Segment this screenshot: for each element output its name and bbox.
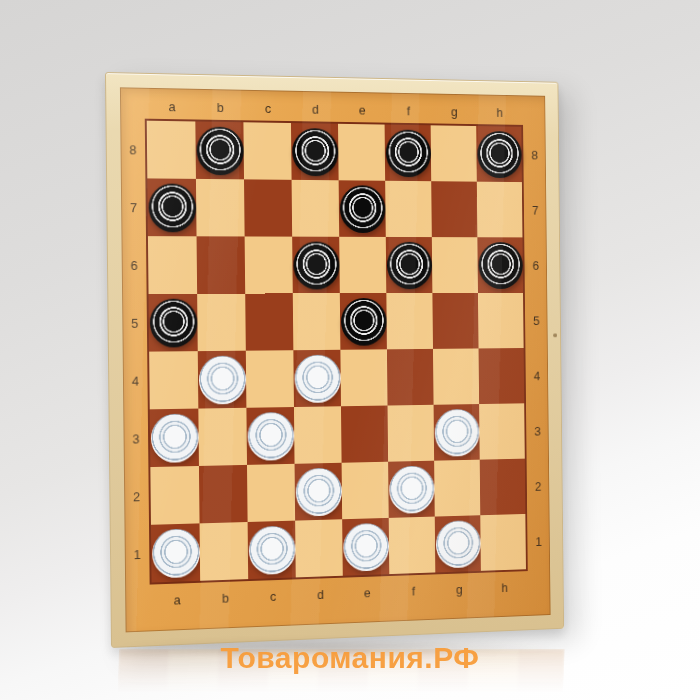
white-checker-e1: [343, 522, 389, 571]
file-label-top-h: h: [477, 100, 522, 125]
square-h1: [480, 514, 526, 571]
square-a2: [150, 466, 199, 525]
file-label-bottom-e: e: [344, 576, 391, 610]
black-checker-h8: [477, 131, 522, 178]
square-b5: [197, 294, 246, 352]
square-f3: [388, 405, 435, 462]
black-checker-e7: [339, 185, 385, 233]
square-d1: [295, 519, 343, 577]
file-label-bottom-g: g: [436, 573, 482, 606]
square-d6: [292, 237, 340, 294]
square-h6: [477, 237, 523, 293]
rank-label-left-2: 2: [124, 467, 149, 525]
black-checker-b8: [196, 126, 244, 175]
square-c4: [246, 350, 294, 408]
file-label-top-d: d: [292, 97, 339, 122]
square-g3: [434, 404, 480, 461]
white-checker-b4: [198, 355, 246, 404]
rank-label-left-4: 4: [123, 352, 148, 410]
square-e2: [342, 462, 389, 520]
square-b4: [198, 351, 247, 409]
board-mid: 87654321 87654321: [120, 118, 550, 585]
square-h8: [476, 126, 522, 182]
checkers-board: [145, 119, 528, 585]
square-h7: [477, 182, 523, 238]
white-checker-d4: [294, 354, 341, 402]
rank-label-right-2: 2: [527, 458, 550, 514]
rank-label-left-1: 1: [125, 525, 150, 584]
file-label-top-b: b: [196, 95, 244, 121]
square-d8: [291, 123, 339, 180]
rank-label-right-1: 1: [527, 513, 550, 569]
rank-label-left-3: 3: [123, 410, 148, 468]
square-e4: [340, 349, 387, 406]
white-checker-a3: [150, 413, 198, 463]
rank-label-left-7: 7: [121, 178, 146, 236]
square-c2: [247, 464, 295, 522]
photo-background: abcdefgh 87654321 87654321 abcdefgh Това…: [0, 0, 700, 700]
white-checker-g3: [434, 409, 479, 457]
square-c8: [243, 122, 291, 180]
board-wrap: abcdefgh 87654321 87654321 abcdefgh: [105, 72, 564, 648]
black-checker-e5: [340, 298, 386, 346]
square-b3: [198, 408, 247, 466]
square-a3: [150, 409, 199, 468]
square-g6: [432, 237, 478, 293]
wooden-frame: abcdefgh 87654321 87654321 abcdefgh: [105, 72, 564, 648]
square-c3: [246, 407, 294, 465]
rank-label-right-8: 8: [523, 127, 546, 183]
file-label-top-g: g: [431, 99, 477, 124]
square-a7: [147, 179, 196, 237]
square-d7: [292, 180, 340, 237]
square-a4: [149, 351, 198, 409]
file-label-bottom-h: h: [482, 571, 527, 604]
file-label-bottom-f: f: [390, 574, 436, 607]
file-label-bottom-a: a: [153, 583, 202, 617]
square-c6: [245, 237, 293, 294]
square-b6: [197, 236, 246, 293]
square-d5: [293, 293, 341, 350]
square-a5: [149, 294, 198, 352]
square-h5: [478, 293, 524, 349]
rank-label-left-8: 8: [120, 120, 145, 178]
file-label-top-e: e: [339, 98, 386, 123]
white-checker-c1: [248, 525, 295, 575]
white-checker-g1: [435, 520, 480, 569]
rank-label-right-3: 3: [526, 403, 549, 459]
black-checker-d8: [291, 128, 338, 176]
square-a1: [151, 524, 200, 583]
square-g2: [434, 460, 480, 517]
square-g5: [432, 293, 478, 349]
square-a8: [147, 121, 196, 179]
white-checker-d2: [295, 467, 342, 516]
file-label-top-a: a: [147, 94, 196, 120]
square-d3: [294, 406, 342, 464]
black-checker-a5: [149, 298, 197, 347]
board-field: abcdefgh 87654321 87654321 abcdefgh: [120, 87, 551, 632]
square-h3: [479, 403, 525, 459]
square-a6: [148, 236, 197, 294]
wood-knot: [553, 333, 557, 337]
watermark-text: Товаромания.РФ: [0, 641, 700, 675]
square-f4: [387, 349, 434, 406]
square-h4: [479, 348, 525, 404]
square-g8: [431, 125, 477, 181]
square-e1: [342, 518, 389, 576]
square-b2: [199, 465, 248, 523]
square-e5: [340, 293, 387, 350]
white-checker-c3: [247, 412, 294, 461]
square-f8: [385, 125, 432, 182]
rank-label-right-5: 5: [525, 293, 548, 348]
rank-label-left-6: 6: [121, 236, 146, 294]
rank-labels-right: 87654321: [523, 125, 550, 571]
square-f2: [388, 461, 435, 518]
file-label-top-f: f: [385, 98, 431, 123]
square-c7: [244, 180, 292, 237]
square-e3: [341, 406, 388, 463]
square-b1: [200, 522, 249, 581]
square-b8: [195, 122, 244, 180]
black-checker-f6: [386, 241, 432, 288]
square-f1: [389, 517, 436, 575]
square-f5: [386, 293, 433, 349]
black-checker-a7: [148, 183, 196, 232]
file-label-top-c: c: [244, 96, 292, 122]
square-c5: [245, 294, 293, 351]
square-f7: [385, 181, 432, 237]
square-b7: [196, 179, 245, 237]
square-e7: [339, 180, 386, 237]
square-h2: [480, 459, 526, 516]
rank-label-right-4: 4: [525, 348, 548, 404]
square-c1: [248, 521, 296, 579]
white-checker-a1: [151, 528, 199, 578]
square-d2: [295, 463, 343, 521]
rank-label-right-6: 6: [524, 238, 547, 293]
rank-label-right-7: 7: [524, 182, 547, 237]
square-f6: [386, 237, 433, 293]
file-label-bottom-b: b: [201, 581, 249, 615]
rank-label-left-5: 5: [122, 294, 147, 352]
square-g7: [431, 181, 477, 237]
black-checker-d6: [293, 241, 340, 289]
white-checker-f2: [389, 465, 435, 514]
square-e8: [338, 124, 385, 181]
square-e6: [339, 237, 386, 293]
square-g1: [435, 515, 481, 572]
file-label-bottom-c: c: [249, 579, 297, 613]
black-checker-f8: [385, 129, 431, 177]
square-g4: [433, 349, 479, 405]
black-checker-h6: [478, 242, 523, 289]
square-d4: [293, 350, 341, 407]
file-label-bottom-d: d: [297, 578, 344, 612]
